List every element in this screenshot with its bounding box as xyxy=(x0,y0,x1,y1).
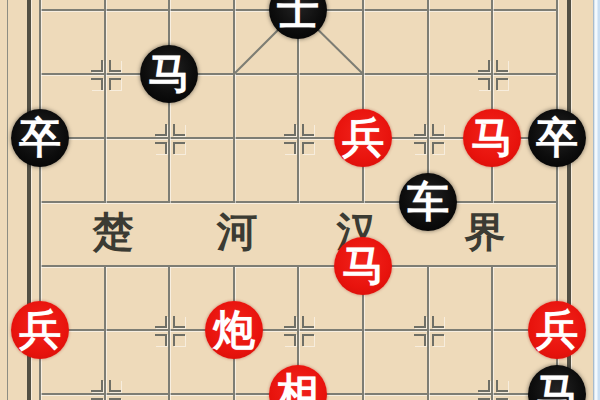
position-marker-4-6 xyxy=(284,334,296,346)
position-marker-1-2 xyxy=(109,60,121,72)
piece-red-pawn[interactable]: 兵 xyxy=(334,109,392,167)
position-marker-7-7 xyxy=(478,380,490,392)
position-marker-4-3 xyxy=(284,142,296,154)
piece-glyph: 卒 xyxy=(536,117,578,159)
river-label-3: 界 xyxy=(465,212,506,253)
position-marker-6-6 xyxy=(432,334,444,346)
piece-glyph: 马 xyxy=(536,373,578,400)
position-marker-4-3 xyxy=(302,124,314,136)
piece-red-cannon[interactable]: 炮 xyxy=(205,301,263,359)
position-marker-6-6 xyxy=(414,334,426,346)
piece-glyph: 炮 xyxy=(213,309,255,351)
position-marker-2-6 xyxy=(155,334,167,346)
piece-red-elephant[interactable]: 相 xyxy=(269,365,327,400)
position-marker-6-3 xyxy=(432,142,444,154)
piece-red-pawn[interactable]: 兵 xyxy=(11,301,69,359)
position-marker-1-2 xyxy=(91,78,103,90)
piece-glyph: 相 xyxy=(277,373,319,400)
piece-glyph: 马 xyxy=(342,245,384,287)
position-marker-4-6 xyxy=(302,334,314,346)
piece-glyph: 兵 xyxy=(536,309,578,351)
xiangqi-board: 楚河汉界 士马卒兵马卒车马兵炮兵相马 xyxy=(0,0,600,400)
position-marker-4-6 xyxy=(302,316,314,328)
position-marker-6-3 xyxy=(432,124,444,136)
palace-diagonals xyxy=(0,0,600,400)
river-label-0: 楚 xyxy=(93,212,134,253)
piece-black-horse[interactable]: 马 xyxy=(140,45,198,103)
position-marker-6-6 xyxy=(414,316,426,328)
position-marker-2-3 xyxy=(173,124,185,136)
piece-black-advisor[interactable]: 士 xyxy=(269,0,327,39)
piece-glyph: 卒 xyxy=(19,117,61,159)
piece-glyph: 车 xyxy=(407,181,449,223)
position-marker-2-6 xyxy=(173,316,185,328)
piece-black-horse[interactable]: 马 xyxy=(528,365,586,400)
piece-red-horse[interactable]: 马 xyxy=(334,237,392,295)
piece-black-pawn[interactable]: 卒 xyxy=(528,109,586,167)
position-marker-2-3 xyxy=(173,142,185,154)
position-marker-6-3 xyxy=(414,124,426,136)
piece-black-pawn[interactable]: 卒 xyxy=(11,109,69,167)
position-marker-7-2 xyxy=(496,78,508,90)
position-marker-1-7 xyxy=(91,380,103,392)
position-marker-2-3 xyxy=(155,124,167,136)
position-marker-1-2 xyxy=(91,60,103,72)
piece-glyph: 兵 xyxy=(342,117,384,159)
position-marker-7-2 xyxy=(496,60,508,72)
piece-black-chariot[interactable]: 车 xyxy=(399,173,457,231)
position-marker-4-3 xyxy=(302,142,314,154)
position-marker-1-2 xyxy=(109,78,121,90)
position-marker-7-7 xyxy=(496,380,508,392)
piece-glyph: 马 xyxy=(148,53,190,95)
piece-red-pawn[interactable]: 兵 xyxy=(528,301,586,359)
position-marker-2-6 xyxy=(155,316,167,328)
piece-red-horse[interactable]: 马 xyxy=(463,109,521,167)
position-marker-2-6 xyxy=(173,334,185,346)
position-marker-7-2 xyxy=(478,60,490,72)
position-marker-4-6 xyxy=(284,316,296,328)
position-marker-2-3 xyxy=(155,142,167,154)
position-marker-7-2 xyxy=(478,78,490,90)
piece-glyph: 兵 xyxy=(19,309,61,351)
position-marker-6-6 xyxy=(432,316,444,328)
position-marker-1-7 xyxy=(109,380,121,392)
river-label-1: 河 xyxy=(217,212,258,253)
position-marker-4-3 xyxy=(284,124,296,136)
piece-glyph: 马 xyxy=(471,117,513,159)
piece-glyph: 士 xyxy=(277,0,319,31)
position-marker-6-3 xyxy=(414,142,426,154)
